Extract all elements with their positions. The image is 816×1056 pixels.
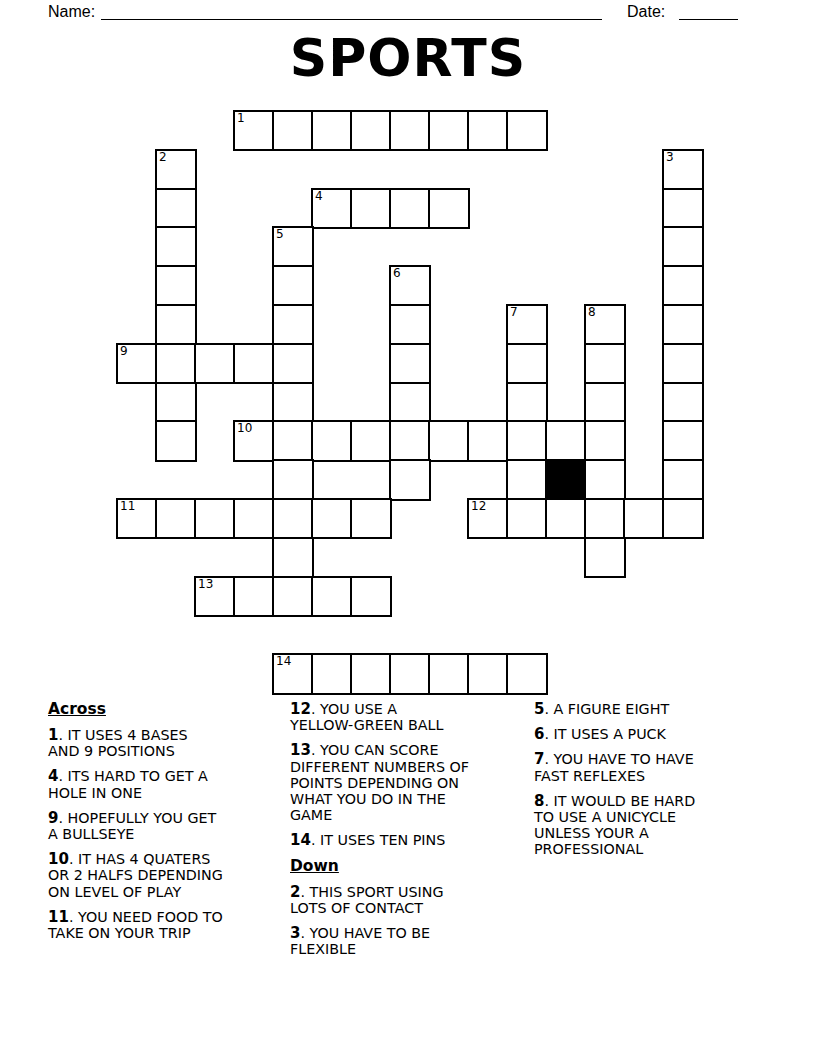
grid-cell[interactable]: [311, 576, 353, 617]
grid-cell[interactable]: [311, 653, 353, 694]
grid-cell[interactable]: [272, 110, 314, 151]
grid-cell[interactable]: [272, 537, 314, 578]
grid-cell[interactable]: [623, 498, 665, 539]
clue-num: 4: [48, 767, 58, 785]
grid-cell[interactable]: [662, 188, 704, 229]
grid-cell[interactable]: [155, 498, 197, 539]
clue-number: 8: [588, 306, 596, 319]
grid-cell[interactable]: [506, 343, 548, 384]
grid-cell[interactable]: [584, 382, 626, 423]
grid-cell[interactable]: 10: [233, 420, 275, 461]
clue-number: 3: [666, 151, 674, 164]
name-blank-line[interactable]: [101, 3, 602, 20]
grid-cell[interactable]: 9: [116, 343, 158, 384]
grid-cell[interactable]: [155, 382, 197, 423]
grid-cell[interactable]: 8: [584, 304, 626, 345]
grid-cell[interactable]: [233, 343, 275, 384]
grid-cell[interactable]: [311, 420, 353, 461]
grid-cell[interactable]: [506, 110, 548, 151]
clue-num: 11: [48, 908, 69, 926]
grid-cell[interactable]: [662, 226, 704, 267]
grid-cell[interactable]: [155, 188, 197, 229]
grid-cell[interactable]: [311, 110, 353, 151]
grid-cell[interactable]: [272, 498, 314, 539]
grid-cell[interactable]: 2: [155, 149, 197, 190]
grid-cell[interactable]: [272, 576, 314, 617]
down-header: Down: [290, 858, 530, 875]
grid-cell[interactable]: [467, 110, 509, 151]
grid-cell[interactable]: [467, 653, 509, 694]
grid-cell[interactable]: [389, 343, 431, 384]
grid-cell[interactable]: [389, 382, 431, 423]
clue-11: 11. YOU NEED FOOD TO TAKE ON YOUR TRIP: [48, 909, 288, 941]
clue-num: 2: [290, 883, 300, 901]
grid-cell[interactable]: [428, 420, 470, 461]
clue-number: 5: [276, 228, 284, 241]
grid-cell[interactable]: 13: [194, 576, 236, 617]
grid-cell[interactable]: [233, 498, 275, 539]
clue-text: . HOPEFULLY YOU GET A BULLSEYE: [48, 810, 216, 842]
clue-13: 13. YOU CAN SCORE DIFFERENT NUMBERS OF P…: [290, 742, 530, 823]
grid-cell[interactable]: 7: [506, 304, 548, 345]
clue-2: 2. THIS SPORT USING LOTS OF CONTACT: [290, 884, 530, 916]
grid-cell[interactable]: [662, 343, 704, 384]
clue-text: . ITS HARD TO GET A HOLE IN ONE: [48, 768, 208, 800]
grid-cell[interactable]: 12: [467, 498, 509, 539]
grid-cell[interactable]: [155, 343, 197, 384]
grid-cell[interactable]: [350, 653, 392, 694]
date-blank-line[interactable]: [679, 3, 738, 20]
clue-column-3: 5. A FIGURE EIGHT6. IT USES A PUCK7. YOU…: [534, 701, 774, 867]
clue-num: 10: [48, 850, 69, 868]
grid-cell[interactable]: [584, 537, 626, 578]
grid-cell[interactable]: [506, 420, 548, 461]
grid-cell[interactable]: [506, 459, 548, 500]
grid-cell[interactable]: [662, 304, 704, 345]
clue-text: . IT USES 4 BASES AND 9 POSITIONS: [48, 727, 188, 759]
grid-cell[interactable]: [194, 498, 236, 539]
grid-cell[interactable]: [272, 420, 314, 461]
clue-10: 10. IT HAS 4 QUATERS OR 2 HALFS DEPENDIN…: [48, 851, 288, 900]
clue-14: 14. IT USES TEN PINS: [290, 832, 530, 848]
grid-cell[interactable]: [311, 498, 353, 539]
clue-text: . IT USES TEN PINS: [311, 832, 445, 848]
grid-cell[interactable]: [545, 498, 587, 539]
grid-cell[interactable]: [584, 498, 626, 539]
clue-4: 4. ITS HARD TO GET A HOLE IN ONE: [48, 768, 288, 800]
blocked-cell: [545, 459, 587, 500]
grid-cell[interactable]: [662, 382, 704, 423]
clue-column-2: 12. YOU USE A YELLOW-GREEN BALL13. YOU C…: [290, 701, 530, 966]
clue-num: 13: [290, 741, 311, 759]
grid-cell[interactable]: [272, 459, 314, 500]
grid-cell[interactable]: [155, 420, 197, 461]
clue-num: 14: [290, 831, 311, 849]
grid-cell[interactable]: [584, 343, 626, 384]
clue-num: 8: [534, 792, 544, 810]
grid-cell[interactable]: [428, 188, 470, 229]
grid-cell[interactable]: [389, 188, 431, 229]
clue-number: 2: [159, 151, 167, 164]
grid-cell[interactable]: [155, 226, 197, 267]
grid-cell[interactable]: [545, 420, 587, 461]
clue-number: 13: [198, 578, 213, 591]
clue-12: 12. YOU USE A YELLOW-GREEN BALL: [290, 701, 530, 733]
grid-cell[interactable]: [584, 420, 626, 461]
grid-cell[interactable]: [155, 265, 197, 306]
grid-cell[interactable]: 4: [311, 188, 353, 229]
clue-column-1: Across1. IT USES 4 BASES AND 9 POSITIONS…: [48, 701, 288, 950]
clue-5: 5. A FIGURE EIGHT: [534, 701, 774, 717]
grid-cell[interactable]: [584, 459, 626, 500]
clue-text: . YOU NEED FOOD TO TAKE ON YOUR TRIP: [48, 909, 223, 941]
clue-number: 7: [510, 306, 518, 319]
worksheet-page: { "header": { "name_label": "Name:", "da…: [0, 0, 816, 1056]
grid-cell[interactable]: [662, 459, 704, 500]
clue-number: 11: [120, 500, 135, 513]
grid-cell[interactable]: [350, 110, 392, 151]
grid-cell[interactable]: [389, 110, 431, 151]
clue-6: 6. IT USES A PUCK: [534, 726, 774, 742]
clue-text: . YOU HAVE TO BE FLEXIBLE: [290, 925, 430, 957]
grid-cell[interactable]: [350, 498, 392, 539]
grid-cell[interactable]: [194, 343, 236, 384]
clue-number: 14: [276, 655, 291, 668]
grid-cell[interactable]: [272, 304, 314, 345]
clue-9: 9. HOPEFULLY YOU GET A BULLSEYE: [48, 810, 288, 842]
clue-text: . YOU USE A YELLOW-GREEN BALL: [290, 701, 444, 733]
crossword-grid: 1234567891011121314: [116, 110, 706, 695]
grid-cell[interactable]: [350, 420, 392, 461]
grid-cell[interactable]: [350, 576, 392, 617]
clue-num: 7: [534, 750, 544, 768]
grid-cell[interactable]: 11: [116, 498, 158, 539]
grid-cell[interactable]: [272, 343, 314, 384]
grid-cell[interactable]: [272, 265, 314, 306]
grid-cell[interactable]: [506, 382, 548, 423]
grid-cell[interactable]: [155, 304, 197, 345]
clue-3: 3. YOU HAVE TO BE FLEXIBLE: [290, 925, 530, 957]
clue-number: 4: [315, 190, 323, 203]
grid-cell[interactable]: [506, 653, 548, 694]
clue-num: 6: [534, 725, 544, 743]
clue-7: 7. YOU HAVE TO HAVE FAST REFLEXES: [534, 751, 774, 783]
clue-text: . IT HAS 4 QUATERS OR 2 HALFS DEPENDING …: [48, 851, 223, 899]
clue-num: 12: [290, 700, 311, 718]
grid-cell[interactable]: [389, 304, 431, 345]
clue-text: . IT WOULD BE HARD TO USE A UNICYCLE UNL…: [534, 793, 695, 858]
across-header: Across: [48, 701, 288, 718]
clue-text: . YOU HAVE TO HAVE FAST REFLEXES: [534, 751, 694, 783]
clues-section: Across1. IT USES 4 BASES AND 9 POSITIONS…: [0, 701, 816, 1001]
clue-num: 1: [48, 726, 58, 744]
grid-cell[interactable]: 6: [389, 265, 431, 306]
grid-cell[interactable]: 5: [272, 226, 314, 267]
grid-cell[interactable]: [350, 188, 392, 229]
clue-number: 9: [120, 345, 128, 358]
grid-cell[interactable]: [389, 459, 431, 500]
clue-num: 5: [534, 700, 544, 718]
grid-cell[interactable]: 1: [233, 110, 275, 151]
grid-cell[interactable]: 14: [272, 653, 314, 694]
clue-num: 9: [48, 809, 58, 827]
name-label: Name:: [48, 3, 95, 21]
grid-cell[interactable]: [662, 498, 704, 539]
clue-number: 6: [393, 267, 401, 280]
grid-cell[interactable]: [467, 420, 509, 461]
clue-number: 1: [237, 112, 245, 125]
grid-cell[interactable]: [389, 420, 431, 461]
grid-cell[interactable]: [662, 420, 704, 461]
clue-text: . YOU CAN SCORE DIFFERENT NUMBERS OF POI…: [290, 742, 469, 823]
date-label: Date:: [627, 3, 665, 21]
clue-text: . A FIGURE EIGHT: [544, 701, 669, 717]
clue-number: 10: [237, 422, 252, 435]
grid-cell[interactable]: [662, 265, 704, 306]
grid-cell[interactable]: [428, 653, 470, 694]
grid-cell[interactable]: [389, 653, 431, 694]
clue-num: 3: [290, 924, 300, 942]
grid-cell[interactable]: [506, 498, 548, 539]
clue-text: . THIS SPORT USING LOTS OF CONTACT: [290, 884, 444, 916]
grid-cell[interactable]: [428, 110, 470, 151]
clue-1: 1. IT USES 4 BASES AND 9 POSITIONS: [48, 727, 288, 759]
grid-cell[interactable]: [233, 576, 275, 617]
clue-text: . IT USES A PUCK: [544, 726, 666, 742]
puzzle-title: SPORTS: [0, 29, 816, 87]
grid-cell[interactable]: [272, 382, 314, 423]
grid-cell[interactable]: 3: [662, 149, 704, 190]
clue-number: 12: [471, 500, 486, 513]
clue-8: 8. IT WOULD BE HARD TO USE A UNICYCLE UN…: [534, 793, 774, 858]
